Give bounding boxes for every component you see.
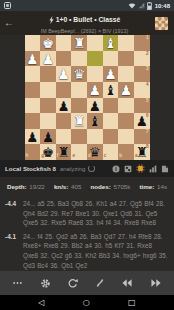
square-f7[interactable] <box>56 129 72 145</box>
engine-status: analyzing <box>60 166 85 172</box>
square-f4[interactable] <box>56 82 72 98</box>
square-e7[interactable] <box>71 129 87 145</box>
square-g1[interactable]: ♚ <box>40 35 56 51</box>
stat-kns: kn/s: 405 <box>54 183 82 190</box>
more-menu-icon[interactable] <box>12 278 23 288</box>
square-h3[interactable] <box>25 66 41 82</box>
square-c6[interactable] <box>103 113 119 129</box>
signal-off-icon <box>138 2 145 9</box>
board-area: ♚♜♝1♟♟2♟♛♟3♟♝♟4♟♟5♜♝♟6♟♟7h♚g♜fe♛dcb♜8a <box>0 35 174 160</box>
square-a4[interactable]: 4 <box>134 82 150 98</box>
black-piece-a8: ♜ <box>134 144 150 160</box>
square-f2[interactable] <box>56 51 72 67</box>
square-e3[interactable]: ♛ <box>71 66 87 82</box>
square-d1[interactable] <box>87 35 103 51</box>
square-h7[interactable]: ♟ <box>25 129 41 145</box>
black-piece-f5: ♟ <box>56 98 72 114</box>
square-f3[interactable]: ♟ <box>56 66 72 82</box>
square-h8[interactable]: h <box>25 144 41 160</box>
square-a5[interactable]: 5 <box>134 98 150 114</box>
app-header: ← 1+0 • Bullet • Classé IM BeepBeepI... … <box>0 11 174 35</box>
white-piece-h2: ♟ <box>25 51 41 67</box>
pv-eval: -4.1 <box>5 232 23 270</box>
square-c3[interactable]: ♟ <box>103 66 119 82</box>
white-piece-g1: ♚ <box>40 35 56 51</box>
square-b8[interactable]: b <box>118 144 134 160</box>
square-g5[interactable] <box>40 98 56 114</box>
rank-label: 3 <box>146 67 149 72</box>
stat-time: time: 14s <box>140 183 168 190</box>
black-piece-d8: ♛ <box>87 144 103 160</box>
engine-toggle-icon[interactable] <box>136 164 145 173</box>
black-piece-f8: ♜ <box>56 144 72 160</box>
nav-home-button[interactable]: ○ <box>83 295 90 310</box>
white-piece-f3: ♟ <box>56 66 72 82</box>
square-f5[interactable]: ♟ <box>56 98 72 114</box>
square-b7[interactable] <box>118 129 134 145</box>
rank-label: 8 <box>146 145 149 150</box>
square-g8[interactable]: ♚g <box>40 144 56 160</box>
explorer-book-icon[interactable] <box>161 165 169 173</box>
square-a6[interactable]: ♟6 <box>134 113 150 129</box>
square-c1[interactable]: ♝ <box>103 35 119 51</box>
file-label: f <box>57 154 59 159</box>
stat-nodes: nodes: 5705k <box>91 183 131 190</box>
clock-time: 10:48 <box>155 3 170 9</box>
square-h1[interactable] <box>25 35 41 51</box>
square-d6[interactable]: ♝ <box>87 113 103 129</box>
stat-depth: Depth: 19/22 <box>7 183 45 190</box>
file-label: g <box>41 154 44 159</box>
square-g2[interactable]: ♟ <box>40 51 56 67</box>
android-nav-bar: ◁ ○ □ <box>0 295 174 310</box>
square-c2[interactable] <box>103 51 119 67</box>
pv-eval: -4.4 <box>5 199 23 228</box>
square-e1[interactable]: ♜ <box>71 35 87 51</box>
white-piece-c3: ♟ <box>103 66 119 82</box>
square-f8[interactable]: ♜f <box>56 144 72 160</box>
square-h6[interactable] <box>25 113 41 129</box>
white-piece-e3: ♛ <box>71 66 87 82</box>
bullet-bolt-icon <box>49 16 54 24</box>
white-piece-d4: ♟ <box>87 82 103 98</box>
black-piece-a6: ♟ <box>134 113 150 129</box>
forward-icon[interactable] <box>150 278 162 288</box>
chart-icon[interactable] <box>149 165 157 173</box>
square-d4[interactable]: ♟ <box>87 82 103 98</box>
square-d2[interactable] <box>87 51 103 67</box>
nav-back-button[interactable]: ◁ <box>38 295 44 310</box>
square-b2[interactable] <box>118 51 134 67</box>
file-label: e <box>72 154 75 159</box>
square-b6[interactable] <box>118 113 134 129</box>
rank-label: 5 <box>146 99 149 104</box>
square-g4[interactable] <box>40 82 56 98</box>
share-icon[interactable] <box>95 278 105 288</box>
rank-label: 4 <box>146 83 149 88</box>
square-a8[interactable]: ♜8a <box>134 144 150 160</box>
status-bar: 10:48 <box>0 0 174 11</box>
square-b4[interactable]: ♟ <box>118 82 134 98</box>
square-f6[interactable] <box>56 113 72 129</box>
black-piece-h7: ♟ <box>25 129 41 145</box>
square-c4[interactable]: ♝ <box>103 82 119 98</box>
spinner-icon <box>88 165 95 172</box>
game-title-text: 1+0 • Bullet • Classé <box>56 17 121 24</box>
black-piece-d6: ♝ <box>87 113 103 129</box>
file-label: b <box>119 154 122 159</box>
rank-label: 1 <box>146 36 149 41</box>
pv-line-1[interactable]: -4.424... a5 25. Ba3 Qb8 26. Kh1 a4 27. … <box>5 199 169 228</box>
black-piece-c4: ♝ <box>103 82 119 98</box>
rank-label: 2 <box>146 52 149 57</box>
screenshot-icon <box>4 2 11 9</box>
back-button[interactable]: ← <box>0 11 18 35</box>
square-g3[interactable] <box>40 66 56 82</box>
black-piece-g8: ♚ <box>40 144 56 160</box>
file-label: a <box>135 154 138 159</box>
square-e8[interactable]: e <box>71 144 87 160</box>
file-label: d <box>88 154 91 159</box>
white-piece-g2: ♟ <box>40 51 56 67</box>
wifi-icon <box>128 2 136 9</box>
black-piece-d5: ♟ <box>87 98 103 114</box>
square-e2[interactable] <box>71 51 87 67</box>
settings-gear-icon[interactable] <box>40 278 51 289</box>
square-g6[interactable] <box>40 113 56 129</box>
battery-icon <box>147 2 152 10</box>
square-d8[interactable]: ♛d <box>87 144 103 160</box>
file-label: c <box>104 154 107 159</box>
white-piece-b4: ♟ <box>118 82 134 98</box>
engine-bar: Local Stockfish 8 analyzing <box>0 160 174 177</box>
engine-stats: Depth: 19/22kn/s: 405nodes: 5705ktime: 1… <box>0 177 174 195</box>
square-b5[interactable] <box>118 98 134 114</box>
square-b1[interactable] <box>118 35 134 51</box>
board-editor-icon[interactable] <box>124 165 132 173</box>
square-d3[interactable] <box>87 66 103 82</box>
square-e5[interactable] <box>71 98 87 114</box>
square-e4[interactable] <box>71 82 87 98</box>
info-icon[interactable] <box>112 165 120 173</box>
chess-board[interactable]: ♚♜♝1♟♟2♟♛♟3♟♝♟4♟♟5♜♝♟6♟♟7h♚g♜fe♛dcb♜8a <box>25 35 150 160</box>
square-a1[interactable]: 1 <box>134 35 150 51</box>
white-piece-e6: ♜ <box>71 113 87 129</box>
white-piece-c1: ♝ <box>103 35 119 51</box>
board-thumbnail-icon[interactable] <box>155 17 168 30</box>
square-f1[interactable] <box>56 35 72 51</box>
black-piece-g7: ♟ <box>40 129 56 145</box>
file-label: h <box>26 154 29 159</box>
square-e6[interactable]: ♜ <box>71 113 87 129</box>
rewind-icon[interactable] <box>121 278 133 288</box>
square-d5[interactable]: ♟ <box>87 98 103 114</box>
pv-line-2[interactable]: -4.124... f4 25. Qd2 a5 26. Ba3 Qd7 27. … <box>5 232 169 270</box>
engine-name: Local Stockfish 8 <box>5 165 56 172</box>
square-a7[interactable]: 7 <box>134 129 150 145</box>
square-h2[interactable]: ♟ <box>25 51 41 67</box>
rank-label: 7 <box>146 130 149 135</box>
square-b3[interactable] <box>118 66 134 82</box>
game-title: 1+0 • Bullet • Classé <box>49 16 121 24</box>
rank-label: 6 <box>146 114 149 119</box>
flip-board-icon[interactable] <box>67 278 78 289</box>
analysis-toolbar <box>0 271 174 295</box>
square-a2[interactable]: 2 <box>134 51 150 67</box>
square-c5[interactable] <box>103 98 119 114</box>
pv-moves: 24... f4 25. Qd2 a5 26. Ba3 Qd7 27. h4 R… <box>23 232 169 270</box>
square-h5[interactable] <box>25 98 41 114</box>
square-d7[interactable] <box>87 129 103 145</box>
nav-recents-button[interactable]: □ <box>128 295 136 310</box>
pv-moves: 24... a5 25. Ba3 Qb8 26. Kh1 a4 27. Qg5 … <box>23 199 169 228</box>
square-g7[interactable]: ♟ <box>40 129 56 145</box>
players-line: IM BeepBeepI... (2692) × BIV (1913) <box>18 29 151 34</box>
white-piece-e1: ♜ <box>71 35 87 51</box>
square-a3[interactable]: 3 <box>134 66 150 82</box>
square-c7[interactable] <box>103 129 119 145</box>
square-c8[interactable]: c <box>103 144 119 160</box>
square-h4[interactable] <box>25 82 41 98</box>
